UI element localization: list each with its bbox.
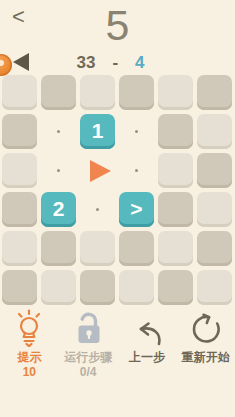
score-counter: 33 - 4 <box>0 53 228 73</box>
tile-r3c5 <box>158 153 193 188</box>
tile-r4c1 <box>2 192 37 227</box>
tile-r1c2 <box>41 75 76 110</box>
bottom-toolbar: 提示 10 运行步骤 0/4 <box>0 307 235 379</box>
puzzle-board: 12> <box>2 75 232 305</box>
tile-r5c4 <box>119 231 154 266</box>
tile-r5c3 <box>80 231 115 266</box>
teal-tile-gt-r4c4[interactable]: > <box>119 192 154 227</box>
tile-r1c4 <box>119 75 154 110</box>
tile-r6c3 <box>80 270 115 305</box>
player-cell-r3c3[interactable] <box>80 153 115 188</box>
tile-r2c1 <box>2 114 37 149</box>
player-arrow-right-icon <box>90 160 111 182</box>
teal-tile-2-r4c2[interactable]: 2 <box>41 192 76 227</box>
restart-label: 重新开始 <box>182 350 230 364</box>
restart-circular-arrow-icon <box>189 307 222 347</box>
tile-r2c6 <box>197 114 232 149</box>
counter-right-value: 4 <box>135 53 144 73</box>
tile-r1c3 <box>80 75 115 110</box>
tile-r5c1 <box>2 231 37 266</box>
path-cell-r2c4 <box>119 114 154 149</box>
tile-r6c6 <box>197 270 232 305</box>
run-steps-label: 运行步骤 <box>64 350 112 364</box>
tile-r5c2 <box>41 231 76 266</box>
hint-label: 提示 <box>17 350 41 364</box>
hint-count: 10 <box>23 365 36 379</box>
tile-r6c1 <box>2 270 37 305</box>
level-title: 5 <box>0 0 235 50</box>
tile-r4c6 <box>197 192 232 227</box>
path-dot <box>135 130 138 133</box>
tile-r3c1 <box>2 153 37 188</box>
tile-r6c2 <box>41 270 76 305</box>
counter-left-value: 33 <box>76 53 95 73</box>
teal-tile-1-r2c3[interactable]: 1 <box>80 114 115 149</box>
run-steps-button[interactable]: 运行步骤 0/4 <box>59 307 118 379</box>
path-cell-r3c2 <box>41 153 76 188</box>
padlock-open-icon <box>74 307 103 347</box>
tile-r2c5 <box>158 114 193 149</box>
path-cell-r2c2 <box>41 114 76 149</box>
path-dot <box>57 169 60 172</box>
path-dot <box>135 169 138 172</box>
path-dot <box>96 208 99 211</box>
tile-r1c6 <box>197 75 232 110</box>
path-cell-r3c4 <box>119 153 154 188</box>
tile-r1c1 <box>2 75 37 110</box>
undo-label: 上一步 <box>129 350 165 364</box>
tile-r5c5 <box>158 231 193 266</box>
path-cell-r4c3 <box>80 192 115 227</box>
tile-r1c5 <box>158 75 193 110</box>
undo-arrow-icon <box>129 307 165 347</box>
tile-r4c5 <box>158 192 193 227</box>
tile-r3c6 <box>197 153 232 188</box>
path-dot <box>57 130 60 133</box>
undo-button[interactable]: 上一步 <box>118 307 177 379</box>
counter-separator: - <box>112 53 118 73</box>
tile-r6c5 <box>158 270 193 305</box>
tile-r6c4 <box>119 270 154 305</box>
app-screen: < 5 33 - 4 12> 提示 <box>0 0 235 417</box>
tile-r5c6 <box>197 231 232 266</box>
run-steps-count: 0/4 <box>80 365 97 379</box>
lightbulb-icon <box>15 307 43 347</box>
restart-button[interactable]: 重新开始 <box>176 307 235 379</box>
hint-button[interactable]: 提示 10 <box>0 307 59 379</box>
